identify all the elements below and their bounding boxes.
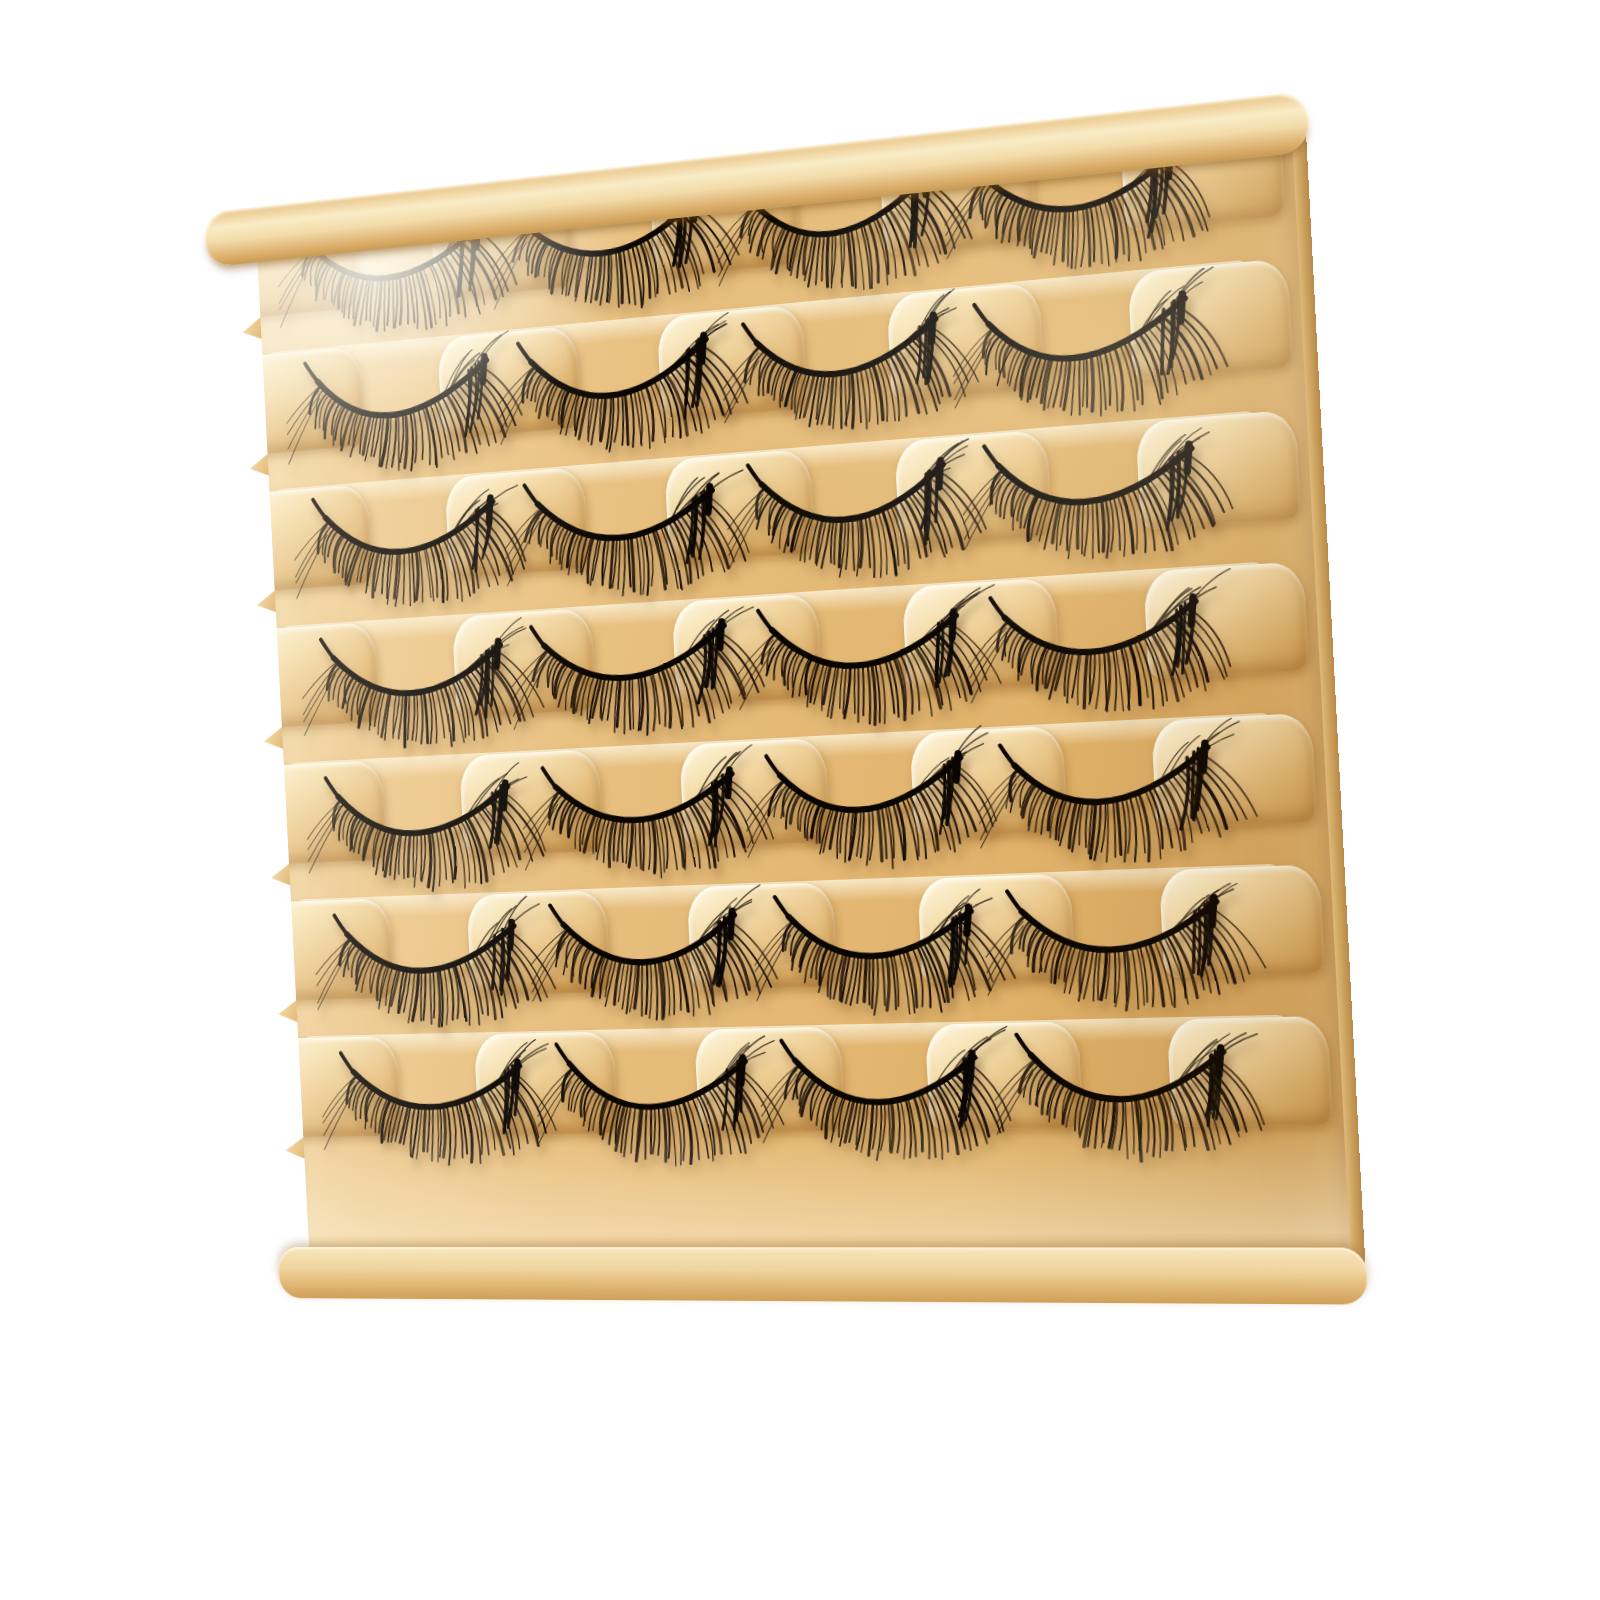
tray-face — [255, 101, 1353, 1292]
product-photo-canvas — [0, 0, 1600, 1600]
tray-bottom-lip — [277, 1247, 1368, 1305]
eyelash-tray — [255, 101, 1353, 1292]
